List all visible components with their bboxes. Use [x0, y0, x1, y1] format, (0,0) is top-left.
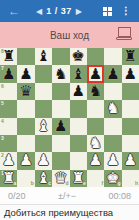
square-h2[interactable]: ♟	[122, 152, 139, 169]
square-e2[interactable]	[70, 152, 87, 169]
white-pawn: ♟	[89, 152, 102, 169]
file-label-h: h	[135, 181, 138, 186]
square-c2[interactable]: ♟	[35, 152, 52, 169]
square-g7[interactable]: ♟	[104, 65, 121, 82]
rank-label-1: 1	[1, 171, 4, 176]
square-d7[interactable]: ♞	[52, 65, 69, 82]
square-g4[interactable]	[104, 118, 121, 135]
square-f4[interactable]	[87, 118, 104, 135]
black-bishop: ♝	[37, 48, 50, 65]
rank-label-2: 2	[1, 153, 4, 158]
prev-puzzle-icon[interactable]: ◀	[36, 7, 42, 16]
white-knight: ♞	[89, 135, 102, 152]
task-text: Добиться преимущества	[4, 207, 113, 218]
black-pawn: ♟	[106, 66, 119, 83]
square-e6[interactable]: ♟	[70, 83, 87, 100]
square-b2[interactable]: ♟	[17, 152, 34, 169]
timer: 00:08	[108, 191, 131, 201]
square-b3[interactable]	[17, 135, 34, 152]
back-arrow-icon[interactable]: ←	[8, 0, 20, 22]
square-f3[interactable]: ♞	[87, 135, 104, 152]
square-a7[interactable]: 7♟	[0, 65, 17, 82]
square-h3[interactable]	[122, 135, 139, 152]
square-d8[interactable]	[52, 48, 69, 65]
square-f2[interactable]: ♟	[87, 152, 104, 169]
square-c8[interactable]: ♝	[35, 48, 52, 65]
computer-icon[interactable]	[115, 27, 133, 42]
square-f5[interactable]	[87, 100, 104, 117]
square-e3[interactable]	[70, 135, 87, 152]
square-h5[interactable]	[122, 100, 139, 117]
square-f8[interactable]	[87, 48, 104, 65]
grid-view-icon[interactable]	[103, 7, 112, 16]
file-label-g: g	[118, 181, 121, 186]
black-queen: ♛	[19, 83, 32, 100]
square-c5[interactable]	[35, 100, 52, 117]
square-f6[interactable]: ♞	[87, 83, 104, 100]
square-b8[interactable]	[17, 48, 34, 65]
task-bar: Добиться преимущества	[0, 204, 139, 220]
square-g5[interactable]: ♞	[104, 100, 121, 117]
black-pawn: ♟	[54, 118, 67, 135]
rank-label-7: 7	[1, 66, 4, 71]
rank-label-4: 4	[1, 119, 4, 124]
square-a4[interactable]: 4	[0, 118, 17, 135]
square-b4[interactable]	[17, 118, 34, 135]
square-g8[interactable]	[104, 48, 121, 65]
square-h4[interactable]	[122, 118, 139, 135]
square-c3[interactable]	[35, 135, 52, 152]
score-counter: 0/20	[8, 191, 26, 201]
move-status-bar: Ваш ход	[0, 22, 139, 48]
square-g6[interactable]	[104, 83, 121, 100]
square-b6[interactable]: ♛	[17, 83, 34, 100]
black-pawn: ♟	[89, 66, 102, 83]
square-a5[interactable]: 5	[0, 100, 17, 117]
rank-label-5: 5	[1, 101, 4, 106]
square-d6[interactable]	[52, 83, 69, 100]
white-pawn: ♟	[19, 152, 32, 169]
square-a3[interactable]: 3	[0, 135, 17, 152]
chess-board[interactable]: 8♜♝♚♜7♟♟♞♝♟♟♟6♛♟♞5♞4♝♟3♞2♟♟♟♟♟♟1a♜bc♝d♛e…	[0, 48, 139, 187]
square-h7[interactable]: ♟	[122, 65, 139, 82]
black-pawn: ♟	[124, 66, 137, 83]
rank-label-3: 3	[1, 136, 4, 141]
white-knight: ♞	[106, 100, 119, 117]
square-a6[interactable]: 6	[0, 83, 17, 100]
square-c4[interactable]: ♝	[35, 118, 52, 135]
your-move-label: Ваш ход	[50, 30, 89, 41]
white-pawn: ♟	[106, 152, 119, 169]
black-pawn: ♟	[71, 83, 84, 100]
square-c7[interactable]	[35, 65, 52, 82]
overflow-menu-icon[interactable]: ⋮	[121, 0, 131, 22]
square-d5[interactable]	[52, 100, 69, 117]
file-label-a: a	[14, 181, 17, 186]
square-e8[interactable]: ♚	[70, 48, 87, 65]
square-d3[interactable]	[52, 135, 69, 152]
square-a8[interactable]: 8♜	[0, 48, 17, 65]
square-e4[interactable]	[70, 118, 87, 135]
file-label-b: b	[31, 181, 34, 186]
black-pawn: ♟	[19, 66, 32, 83]
square-b5[interactable]	[17, 100, 34, 117]
black-bishop: ♝	[71, 66, 84, 83]
square-h8[interactable]: ♜	[122, 48, 139, 65]
stats-bar: 0/20 ±/+− 00:08	[0, 187, 139, 204]
square-e5[interactable]	[70, 100, 87, 117]
next-puzzle-icon[interactable]: ▶	[76, 7, 82, 16]
black-knight: ♞	[54, 66, 67, 83]
square-d4[interactable]: ♟	[52, 118, 69, 135]
square-g1[interactable]: g♚	[104, 170, 121, 187]
white-bishop: ♝	[37, 118, 50, 135]
top-bar: ← ◀ 1 / 37 ▶ ⋮	[0, 0, 139, 22]
square-b1[interactable]: b	[17, 170, 34, 187]
square-c1[interactable]: c♝	[35, 170, 52, 187]
square-a1[interactable]: 1a♜	[0, 170, 17, 187]
square-f1[interactable]: f	[87, 170, 104, 187]
square-f7[interactable]: ♟	[87, 65, 104, 82]
square-g3[interactable]	[104, 135, 121, 152]
puzzle-navigation: ◀ 1 / 37 ▶	[36, 6, 82, 16]
square-d2[interactable]	[52, 152, 69, 169]
file-label-e: e	[83, 181, 86, 186]
rank-label-8: 8	[1, 49, 4, 54]
square-d1[interactable]: d♛	[52, 170, 69, 187]
white-pawn: ♟	[124, 152, 137, 169]
square-a2[interactable]: 2♟	[0, 152, 17, 169]
file-label-c: c	[48, 181, 51, 186]
black-king: ♚	[71, 48, 84, 65]
file-label-d: d	[65, 181, 68, 186]
black-knight: ♞	[89, 83, 102, 100]
square-h6[interactable]	[122, 83, 139, 100]
square-e1[interactable]: e♜	[70, 170, 87, 187]
square-g2[interactable]: ♟	[104, 152, 121, 169]
evaluation-label: ±/+−	[58, 191, 76, 201]
square-b7[interactable]: ♟	[17, 65, 34, 82]
square-c6[interactable]	[35, 83, 52, 100]
square-e7[interactable]: ♝	[70, 65, 87, 82]
black-rook: ♜	[124, 48, 137, 65]
puzzle-counter: 1 / 37	[46, 6, 72, 16]
white-pawn: ♟	[37, 152, 50, 169]
file-label-f: f	[102, 181, 104, 186]
square-h1[interactable]: h	[122, 170, 139, 187]
rank-label-6: 6	[1, 84, 4, 89]
